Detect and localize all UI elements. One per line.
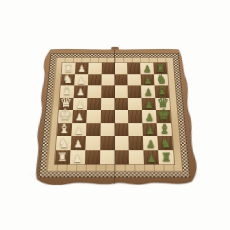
white-pawn-d2-piece[interactable]: ♟ [76,100,85,109]
green-pawn-h7-piece[interactable]: ♟ [147,153,156,163]
white-pawn-b2-piece[interactable]: ♟ [77,76,85,85]
white-rook-h1-piece[interactable]: ♜ [57,151,68,163]
board-square-b7[interactable]: ♟ [141,74,155,86]
board-square-c5[interactable] [115,86,129,98]
white-pawn-h2-piece[interactable]: ♟ [73,153,82,163]
board-square-h7[interactable]: ♟ [144,150,159,164]
hinge-icon [111,47,118,50]
chess-board: ♜♟♟♜♞♟♟♞♝♟♟♝♛♟♟♛♚♟♟♚♝♟♟♝♞♟♟♞♜♟♟♜ [29,47,200,185]
white-knight-g1-piece[interactable]: ♞ [58,136,69,149]
board-square-a2[interactable]: ♟ [75,63,89,74]
board-square-e3[interactable] [86,110,100,123]
board-square-b3[interactable] [88,74,102,86]
board-square-a4[interactable] [101,63,114,74]
board-square-f1[interactable]: ♝ [57,123,72,136]
board-square-f2[interactable]: ♟ [71,123,86,136]
board-square-f4[interactable] [100,123,114,136]
board-square-h5[interactable] [114,150,129,164]
white-pawn-c2-piece[interactable]: ♟ [76,87,84,96]
board-square-h1[interactable]: ♜ [55,150,71,164]
board-square-f8[interactable]: ♝ [157,123,172,136]
green-pawn-d7-piece[interactable]: ♟ [145,100,154,109]
green-rook-h8-piece[interactable]: ♜ [161,151,172,163]
board-square-h2[interactable]: ♟ [70,150,85,164]
white-pawn-g2-piece[interactable]: ♟ [73,139,82,149]
green-pawn-g7-piece[interactable]: ♟ [147,139,156,149]
board-square-c4[interactable] [101,86,115,98]
board-square-h6[interactable] [129,150,144,164]
board-square-c2[interactable]: ♟ [74,86,88,98]
board-square-e4[interactable] [100,110,114,123]
green-knight-g8-piece[interactable]: ♞ [160,136,171,149]
board-square-b4[interactable] [101,74,114,86]
board-square-h3[interactable] [85,150,100,164]
white-pawn-a2-piece[interactable]: ♟ [78,64,86,73]
board-square-e7[interactable]: ♟ [142,110,157,123]
white-pawn-f2-piece[interactable]: ♟ [74,125,83,135]
white-pawn-e2-piece[interactable]: ♟ [75,112,84,122]
green-pawn-a7-piece[interactable]: ♟ [143,64,151,73]
board-square-c7[interactable]: ♟ [141,86,155,98]
board-square-e5[interactable] [114,110,128,123]
board-square-g8[interactable]: ♞ [158,136,173,150]
green-pawn-c7-piece[interactable]: ♟ [144,87,152,96]
board-square-a6[interactable] [128,63,141,74]
green-bishop-f8-piece[interactable]: ♝ [159,122,171,135]
board-square-e2[interactable]: ♟ [72,110,87,123]
board-square-a3[interactable] [88,63,101,74]
green-pawn-b7-piece[interactable]: ♟ [144,76,152,85]
board-square-e6[interactable] [128,110,142,123]
board-square-f6[interactable] [129,123,144,136]
board-square-f7[interactable]: ♟ [143,123,158,136]
board-square-h8[interactable]: ♜ [158,150,174,164]
board-square-g1[interactable]: ♞ [56,136,71,150]
board-square-f5[interactable] [114,123,128,136]
board-square-b2[interactable]: ♟ [74,74,88,86]
green-pawn-e7-piece[interactable]: ♟ [145,112,154,122]
board-square-c6[interactable] [128,86,142,98]
board-square-b5[interactable] [115,74,128,86]
board-square-b6[interactable] [128,74,142,86]
board-square-a7[interactable]: ♟ [141,63,155,74]
board-square-h4[interactable] [100,150,115,164]
green-pawn-f7-piece[interactable]: ♟ [146,125,155,135]
white-bishop-f1-piece[interactable]: ♝ [58,122,70,135]
board-square-c3[interactable] [87,86,101,98]
board-square-f3[interactable] [86,123,101,136]
board-square-a5[interactable] [115,63,128,74]
photo-scene: ♜♟♟♜♞♟♟♞♝♟♟♝♛♟♟♛♚♟♟♚♝♟♟♝♞♟♟♞♜♟♟♜ [0,0,230,230]
